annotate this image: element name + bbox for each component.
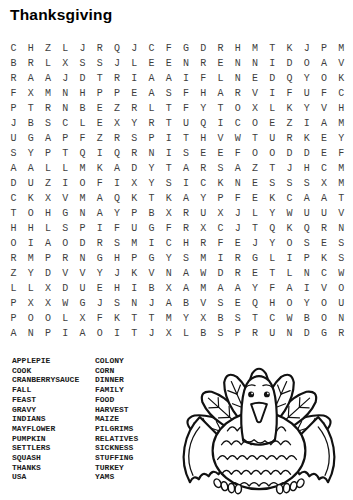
grid-cell: D bbox=[74, 71, 91, 86]
word-list-item: FALL bbox=[12, 385, 79, 395]
grid-cell: X bbox=[195, 311, 212, 326]
grid-cell: T bbox=[264, 266, 281, 281]
grid-cell: X bbox=[40, 191, 57, 206]
grid-cell: Y bbox=[143, 161, 160, 176]
grid-cell: K bbox=[160, 191, 177, 206]
grid-cell: I bbox=[178, 176, 195, 191]
grid-cell: S bbox=[126, 131, 143, 146]
grid-cell: R bbox=[281, 131, 298, 146]
grid-cell: T bbox=[333, 191, 350, 206]
grid-cell: I bbox=[109, 176, 126, 191]
grid-cell: R bbox=[126, 101, 143, 116]
grid-cell: S bbox=[57, 221, 74, 236]
word-list-column-2: COLONYCORNDINNERFAMILYFOODHARVESTMAIZEPI… bbox=[95, 356, 138, 482]
grid-cell: H bbox=[264, 296, 281, 311]
grid-cell: A bbox=[91, 191, 108, 206]
grid-cell: L bbox=[57, 311, 74, 326]
grid-cell: K bbox=[298, 131, 315, 146]
grid-cell: N bbox=[126, 296, 143, 311]
grid-cell: M bbox=[160, 311, 177, 326]
grid-cell: W bbox=[57, 296, 74, 311]
word-list-item: HARVEST bbox=[95, 405, 138, 415]
grid-cell: F bbox=[212, 236, 229, 251]
grid-cell: N bbox=[247, 56, 264, 71]
grid-cell: C bbox=[316, 266, 333, 281]
grid-cell: Q bbox=[247, 296, 264, 311]
grid-cell: H bbox=[178, 236, 195, 251]
grid-cell: K bbox=[281, 101, 298, 116]
grid-cell: I bbox=[91, 221, 108, 236]
grid-cell: L bbox=[247, 206, 264, 221]
grid-cell: R bbox=[247, 326, 264, 341]
grid-cell: Z bbox=[109, 101, 126, 116]
grid-cell: F bbox=[91, 176, 108, 191]
grid-cell: N bbox=[74, 251, 91, 266]
grid-cell: Y bbox=[298, 101, 315, 116]
grid-cell: H bbox=[22, 41, 39, 56]
grid-cell: W bbox=[195, 266, 212, 281]
grid-cell: L bbox=[264, 251, 281, 266]
grid-cell: X bbox=[57, 56, 74, 71]
grid-cell: M bbox=[74, 191, 91, 206]
grid-cell: K bbox=[91, 161, 108, 176]
grid-cell: M bbox=[126, 236, 143, 251]
grid-cell: L bbox=[264, 101, 281, 116]
grid-cell: F bbox=[229, 191, 246, 206]
grid-cell: E bbox=[212, 56, 229, 71]
grid-cell: I bbox=[57, 176, 74, 191]
grid-cell: B bbox=[212, 311, 229, 326]
grid-cell: X bbox=[22, 296, 39, 311]
grid-cell: J bbox=[91, 296, 108, 311]
grid-cell: E bbox=[126, 86, 143, 101]
grid-cell: B bbox=[5, 56, 22, 71]
grid-cell: X bbox=[195, 221, 212, 236]
grid-cell: W bbox=[281, 311, 298, 326]
grid-cell: S bbox=[40, 116, 57, 131]
grid-cell: V bbox=[57, 191, 74, 206]
grid-cell: K bbox=[126, 191, 143, 206]
grid-cell: I bbox=[143, 236, 160, 251]
grid-cell: J bbox=[126, 41, 143, 56]
grid-cell: S bbox=[178, 251, 195, 266]
grid-cell: Z bbox=[91, 131, 108, 146]
grid-cell: J bbox=[229, 221, 246, 236]
grid-cell: A bbox=[178, 281, 195, 296]
grid-cell: U bbox=[264, 131, 281, 146]
grid-cell: D bbox=[57, 281, 74, 296]
grid-cell: L bbox=[212, 71, 229, 86]
word-list-item: SQUASH bbox=[12, 453, 79, 463]
grid-cell: Y bbox=[143, 176, 160, 191]
word-list-item: GRAVY bbox=[12, 405, 79, 415]
grid-cell: T bbox=[91, 71, 108, 86]
word-list-item: SETTLERS bbox=[12, 443, 79, 453]
grid-cell: N bbox=[22, 326, 39, 341]
grid-cell: N bbox=[74, 206, 91, 221]
grid-cell: S bbox=[91, 56, 108, 71]
grid-cell: Y bbox=[298, 296, 315, 311]
grid-cell: T bbox=[264, 161, 281, 176]
grid-cell: O bbox=[247, 116, 264, 131]
word-list-item: PILGRIMS bbox=[95, 424, 138, 434]
grid-cell: F bbox=[178, 86, 195, 101]
grid-cell: Q bbox=[281, 71, 298, 86]
grid-cell: B bbox=[22, 116, 39, 131]
grid-cell: O bbox=[91, 326, 108, 341]
grid-cell: S bbox=[5, 146, 22, 161]
grid-cell: F bbox=[178, 101, 195, 116]
grid-cell: D bbox=[298, 146, 315, 161]
grid-cell: Q bbox=[74, 146, 91, 161]
grid-cell: P bbox=[5, 296, 22, 311]
grid-cell: C bbox=[333, 86, 350, 101]
grid-cell: T bbox=[178, 131, 195, 146]
word-list-item: STUFFING bbox=[95, 453, 138, 463]
grid-cell: D bbox=[281, 56, 298, 71]
grid-cell: E bbox=[91, 101, 108, 116]
grid-cell: M bbox=[195, 251, 212, 266]
grid-cell: Z bbox=[40, 176, 57, 191]
grid-cell: C bbox=[57, 116, 74, 131]
grid-cell: A bbox=[229, 281, 246, 296]
grid-cell: T bbox=[247, 311, 264, 326]
grid-cell: I bbox=[212, 116, 229, 131]
grid-cell: E bbox=[247, 71, 264, 86]
grid-cell: P bbox=[40, 326, 57, 341]
grid-cell: D bbox=[126, 161, 143, 176]
grid-cell: F bbox=[281, 86, 298, 101]
word-list-column-1: APPLEPIECOOKCRANBERRYSAUCEFALLFEASTGRAVY… bbox=[12, 356, 79, 482]
grid-cell: H bbox=[195, 86, 212, 101]
grid-cell: A bbox=[5, 326, 22, 341]
grid-cell: M bbox=[333, 176, 350, 191]
grid-cell: O bbox=[247, 146, 264, 161]
grid-cell: J bbox=[281, 161, 298, 176]
grid-cell: J bbox=[143, 296, 160, 311]
grid-cell: Z bbox=[247, 161, 264, 176]
grid-cell: A bbox=[74, 326, 91, 341]
grid-cell: A bbox=[212, 281, 229, 296]
grid-cell: A bbox=[5, 161, 22, 176]
grid-cell: A bbox=[229, 161, 246, 176]
grid-cell: X bbox=[160, 281, 177, 296]
grid-cell: H bbox=[74, 86, 91, 101]
grid-cell: P bbox=[126, 251, 143, 266]
word-list-item: RELATIVES bbox=[95, 434, 138, 444]
grid-cell: V bbox=[333, 206, 350, 221]
grid-cell: G bbox=[91, 251, 108, 266]
grid-cell: Y bbox=[195, 101, 212, 116]
grid-cell: B bbox=[74, 101, 91, 116]
grid-cell: X bbox=[247, 101, 264, 116]
grid-cell: F bbox=[160, 41, 177, 56]
grid-cell: U bbox=[316, 206, 333, 221]
grid-cell: O bbox=[22, 206, 39, 221]
grid-cell: V bbox=[195, 296, 212, 311]
grid-cell: D bbox=[212, 266, 229, 281]
grid-cell: M bbox=[333, 161, 350, 176]
grid-cell: N bbox=[298, 266, 315, 281]
grid-cell: L bbox=[40, 161, 57, 176]
grid-cell: T bbox=[57, 146, 74, 161]
grid-cell: M bbox=[333, 41, 350, 56]
grid-cell: R bbox=[178, 221, 195, 236]
grid-cell: F bbox=[333, 146, 350, 161]
grid-cell: O bbox=[264, 146, 281, 161]
grid-cell: U bbox=[333, 296, 350, 311]
grid-cell: A bbox=[160, 296, 177, 311]
grid-cell: Y bbox=[178, 311, 195, 326]
grid-cell: N bbox=[333, 221, 350, 236]
grid-cell: I bbox=[298, 281, 315, 296]
grid-cell: N bbox=[57, 86, 74, 101]
grid-cell: J bbox=[5, 116, 22, 131]
grid-cell: J bbox=[109, 266, 126, 281]
turkey-illustration bbox=[170, 350, 350, 498]
grid-cell: Y bbox=[91, 266, 108, 281]
grid-cell: O bbox=[298, 56, 315, 71]
word-list-item: CRANBERRYSAUCE bbox=[12, 375, 79, 385]
grid-cell: I bbox=[212, 251, 229, 266]
grid-cell: A bbox=[91, 206, 108, 221]
grid-cell: H bbox=[40, 206, 57, 221]
grid-cell: B bbox=[143, 206, 160, 221]
grid-cell: R bbox=[143, 116, 160, 131]
grid-cell: W bbox=[333, 266, 350, 281]
grid-cell: B bbox=[143, 281, 160, 296]
grid-cell: A bbox=[22, 71, 39, 86]
grid-cell: G bbox=[143, 251, 160, 266]
grid-cell: S bbox=[264, 176, 281, 191]
grid-cell: I bbox=[298, 116, 315, 131]
grid-cell: U bbox=[298, 86, 315, 101]
grid-cell: G bbox=[143, 221, 160, 236]
grid-cell: Y bbox=[247, 281, 264, 296]
grid-cell: X bbox=[212, 206, 229, 221]
grid-cell: K bbox=[22, 191, 39, 206]
grid-cell: T bbox=[126, 326, 143, 341]
grid-cell: N bbox=[281, 326, 298, 341]
grid-cell: H bbox=[109, 251, 126, 266]
grid-cell: G bbox=[247, 251, 264, 266]
grid-cell: P bbox=[5, 311, 22, 326]
grid-cell: C bbox=[212, 221, 229, 236]
grid-cell: E bbox=[212, 146, 229, 161]
grid-cell: E bbox=[160, 56, 177, 71]
grid-cell: F bbox=[109, 221, 126, 236]
word-list-item: USA bbox=[12, 472, 79, 482]
grid-cell: E bbox=[143, 56, 160, 71]
grid-cell: P bbox=[74, 221, 91, 236]
grid-cell: F bbox=[316, 86, 333, 101]
grid-cell: P bbox=[5, 101, 22, 116]
word-list-item: COLONY bbox=[95, 356, 138, 366]
grid-cell: D bbox=[74, 236, 91, 251]
grid-cell: Q bbox=[109, 191, 126, 206]
grid-cell: Y bbox=[22, 146, 39, 161]
grid-cell: G bbox=[178, 41, 195, 56]
grid-cell: E bbox=[316, 146, 333, 161]
grid-cell: O bbox=[316, 296, 333, 311]
grid-cell: P bbox=[316, 41, 333, 56]
grid-cell: T bbox=[247, 131, 264, 146]
grid-cell: J bbox=[143, 326, 160, 341]
grid-cell: N bbox=[178, 56, 195, 71]
grid-cell: L bbox=[5, 281, 22, 296]
grid-cell: X bbox=[160, 326, 177, 341]
grid-cell: U bbox=[264, 326, 281, 341]
grid-cell: E bbox=[91, 116, 108, 131]
grid-cell: S bbox=[298, 176, 315, 191]
grid-cell: C bbox=[5, 191, 22, 206]
grid-cell: X bbox=[40, 281, 57, 296]
grid-cell: I bbox=[178, 71, 195, 86]
grid-cell: G bbox=[57, 206, 74, 221]
grid-cell: R bbox=[195, 56, 212, 71]
word-list-item: PUMPKIN bbox=[12, 434, 79, 444]
word-list-item: FEAST bbox=[12, 395, 79, 405]
grid-cell: G bbox=[316, 326, 333, 341]
grid-cell: T bbox=[264, 41, 281, 56]
grid-cell: R bbox=[5, 71, 22, 86]
word-list-item: CORN bbox=[95, 366, 138, 376]
grid-cell: L bbox=[143, 101, 160, 116]
grid-cell: R bbox=[229, 251, 246, 266]
word-list-item: APPLEPIE bbox=[12, 356, 79, 366]
grid-cell: U bbox=[126, 221, 143, 236]
grid-cell: K bbox=[264, 191, 281, 206]
grid-cell: J bbox=[298, 41, 315, 56]
grid-cell: P bbox=[91, 86, 108, 101]
grid-cell: A bbox=[298, 191, 315, 206]
word-list-item: YAMS bbox=[95, 472, 138, 482]
grid-cell: S bbox=[212, 326, 229, 341]
grid-cell: H bbox=[109, 281, 126, 296]
grid-cell: P bbox=[298, 251, 315, 266]
grid-cell: I bbox=[160, 146, 177, 161]
grid-cell: A bbox=[178, 191, 195, 206]
grid-cell: C bbox=[281, 191, 298, 206]
grid-cell: V bbox=[247, 86, 264, 101]
grid-cell: N bbox=[229, 176, 246, 191]
grid-cell: E bbox=[316, 236, 333, 251]
grid-cell: S bbox=[160, 86, 177, 101]
grid-cell: U bbox=[5, 131, 22, 146]
grid-cell: A bbox=[178, 161, 195, 176]
grid-cell: U bbox=[74, 281, 91, 296]
grid-cell: E bbox=[247, 266, 264, 281]
grid-cell: F bbox=[74, 131, 91, 146]
grid-cell: P bbox=[126, 206, 143, 221]
grid-cell: T bbox=[212, 101, 229, 116]
grid-cell: L bbox=[40, 221, 57, 236]
word-list-item: THANKS bbox=[12, 463, 79, 473]
grid-cell: N bbox=[160, 266, 177, 281]
grid-cell: S bbox=[229, 311, 246, 326]
word-list-item: FOOD bbox=[95, 395, 138, 405]
grid-cell: D bbox=[298, 326, 315, 341]
grid-cell: L bbox=[57, 41, 74, 56]
grid-cell: Q bbox=[109, 41, 126, 56]
grid-cell: Y bbox=[22, 266, 39, 281]
grid-cell: V bbox=[316, 281, 333, 296]
word-list-item: FAMILY bbox=[95, 385, 138, 395]
grid-cell: P bbox=[143, 131, 160, 146]
grid-cell: G bbox=[74, 296, 91, 311]
grid-cell: Q bbox=[195, 116, 212, 131]
grid-cell: R bbox=[5, 251, 22, 266]
grid-cell: S bbox=[109, 296, 126, 311]
grid-cell: H bbox=[5, 221, 22, 236]
grid-cell: Y bbox=[298, 71, 315, 86]
word-search-grid: CHZLJRQJCFGDRHMTKJPMBRLXSSJLEENRENNIDOAV… bbox=[5, 41, 350, 341]
grid-cell: O bbox=[74, 176, 91, 191]
grid-cell: I bbox=[126, 281, 143, 296]
grid-cell: D bbox=[264, 71, 281, 86]
grid-cell: C bbox=[195, 176, 212, 191]
grid-cell: L bbox=[22, 281, 39, 296]
word-list-item: DINNER bbox=[95, 375, 138, 385]
grid-cell: C bbox=[229, 116, 246, 131]
grid-cell: H bbox=[22, 221, 39, 236]
grid-cell: R bbox=[22, 56, 39, 71]
grid-cell: R bbox=[212, 41, 229, 56]
grid-cell: F bbox=[5, 86, 22, 101]
word-list-item: SICKNESS bbox=[95, 443, 138, 453]
grid-cell: X bbox=[109, 116, 126, 131]
grid-cell: A bbox=[212, 86, 229, 101]
grid-cell: K bbox=[109, 311, 126, 326]
grid-cell: L bbox=[281, 266, 298, 281]
word-list-item: COOK bbox=[12, 366, 79, 376]
grid-cell: P bbox=[40, 146, 57, 161]
grid-cell: A bbox=[160, 71, 177, 86]
grid-cell: S bbox=[212, 296, 229, 311]
grid-cell: A bbox=[40, 131, 57, 146]
grid-cell: O bbox=[40, 311, 57, 326]
grid-cell: S bbox=[109, 236, 126, 251]
grid-cell: T bbox=[160, 101, 177, 116]
grid-cell: Y bbox=[109, 206, 126, 221]
grid-cell: A bbox=[316, 56, 333, 71]
grid-cell: C bbox=[5, 41, 22, 56]
grid-cell: X bbox=[160, 206, 177, 221]
puzzle-title: Thanksgiving bbox=[10, 6, 112, 24]
grid-cell: O bbox=[316, 71, 333, 86]
grid-cell: I bbox=[109, 326, 126, 341]
grid-cell: A bbox=[316, 116, 333, 131]
word-list-item: TURKEY bbox=[95, 463, 138, 473]
grid-cell: P bbox=[212, 191, 229, 206]
grid-cell: S bbox=[298, 236, 315, 251]
grid-cell: L bbox=[40, 56, 57, 71]
grid-cell: V bbox=[57, 266, 74, 281]
grid-cell: Y bbox=[333, 131, 350, 146]
grid-cell: C bbox=[316, 161, 333, 176]
grid-cell: D bbox=[195, 41, 212, 56]
grid-cell: E bbox=[91, 281, 108, 296]
grid-cell: A bbox=[178, 266, 195, 281]
grid-cell: K bbox=[212, 176, 229, 191]
grid-cell: S bbox=[178, 146, 195, 161]
grid-cell: T bbox=[126, 311, 143, 326]
grid-cell: D bbox=[40, 266, 57, 281]
grid-cell: P bbox=[57, 131, 74, 146]
grid-cell: M bbox=[195, 281, 212, 296]
grid-cell: Z bbox=[281, 116, 298, 131]
grid-cell: A bbox=[22, 161, 39, 176]
